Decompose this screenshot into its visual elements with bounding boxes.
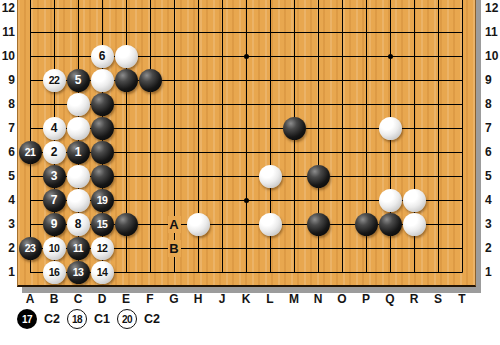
intersection-R6[interactable] bbox=[402, 140, 426, 164]
intersection-L9[interactable] bbox=[258, 68, 282, 92]
row-label-right-5: 5 bbox=[485, 168, 500, 184]
go-board[interactable]: 6225421213719981523101112161314 AB bbox=[17, 0, 476, 287]
intersection-Q5[interactable] bbox=[378, 164, 402, 188]
intersection-D11[interactable] bbox=[90, 20, 114, 44]
row-label-right-2: 2 bbox=[485, 240, 500, 256]
intersection-G5[interactable] bbox=[162, 164, 186, 188]
intersection-G6[interactable] bbox=[162, 140, 186, 164]
row-label-right-8: 8 bbox=[485, 96, 500, 112]
intersection-N7[interactable] bbox=[306, 116, 330, 140]
stone-black-M7[interactable] bbox=[283, 117, 306, 140]
intersection-J5[interactable] bbox=[210, 164, 234, 188]
move-number: 1 bbox=[75, 145, 82, 159]
intersection-R11[interactable] bbox=[402, 20, 426, 44]
intersection-K7[interactable] bbox=[234, 116, 258, 140]
star-point-K4 bbox=[244, 198, 249, 203]
col-label-P: P bbox=[354, 292, 378, 306]
intersection-F8[interactable] bbox=[138, 92, 162, 116]
intersection-B8[interactable] bbox=[42, 92, 66, 116]
stone-black-A6[interactable]: 21 bbox=[19, 141, 42, 164]
stone-white-B7[interactable]: 4 bbox=[43, 117, 66, 140]
intersection-H2[interactable] bbox=[186, 236, 210, 260]
stone-black-B5[interactable]: 3 bbox=[43, 165, 66, 188]
stone-black-B4[interactable]: 7 bbox=[43, 189, 66, 212]
intersection-A12[interactable] bbox=[18, 0, 42, 20]
stone-white-E10[interactable] bbox=[115, 45, 138, 68]
move-number: 6 bbox=[99, 49, 106, 63]
stone-white-D10[interactable]: 6 bbox=[91, 45, 114, 68]
stone-white-C5[interactable] bbox=[67, 165, 90, 188]
intersection-O5[interactable] bbox=[330, 164, 354, 188]
stone-white-D1[interactable]: 14 bbox=[91, 261, 114, 284]
col-label-K: K bbox=[234, 292, 258, 306]
intersection-F5[interactable] bbox=[138, 164, 162, 188]
intersection-O8[interactable] bbox=[330, 92, 354, 116]
intersection-F11[interactable] bbox=[138, 20, 162, 44]
intersection-F12[interactable] bbox=[138, 0, 162, 20]
intersection-M1[interactable] bbox=[282, 260, 306, 284]
row-label-left-7: 7 bbox=[0, 120, 15, 136]
intersection-H9[interactable] bbox=[186, 68, 210, 92]
intersection-L7[interactable] bbox=[258, 116, 282, 140]
stone-white-C7[interactable] bbox=[67, 117, 90, 140]
intersection-M4[interactable] bbox=[282, 188, 306, 212]
intersection-K8[interactable] bbox=[234, 92, 258, 116]
stone-white-D2[interactable]: 12 bbox=[91, 237, 114, 260]
row-label-left-12: 12 bbox=[0, 0, 15, 16]
intersection-M3[interactable] bbox=[282, 212, 306, 236]
intersection-P8[interactable] bbox=[354, 92, 378, 116]
intersection-T6[interactable] bbox=[450, 140, 474, 164]
intersection-G10[interactable] bbox=[162, 44, 186, 68]
intersection-G12[interactable] bbox=[162, 0, 186, 20]
intersection-J7[interactable] bbox=[210, 116, 234, 140]
intersection-C10[interactable] bbox=[66, 44, 90, 68]
intersection-N8[interactable] bbox=[306, 92, 330, 116]
intersection-G11[interactable] bbox=[162, 20, 186, 44]
stone-black-D3[interactable]: 15 bbox=[91, 213, 114, 236]
intersection-E2[interactable] bbox=[114, 236, 138, 260]
col-label-S: S bbox=[426, 292, 450, 306]
move-number: 8 bbox=[75, 217, 82, 231]
intersection-O4[interactable] bbox=[330, 188, 354, 212]
move-number: 7 bbox=[51, 193, 58, 207]
intersection-F10[interactable] bbox=[138, 44, 162, 68]
intersection-R1[interactable] bbox=[402, 260, 426, 284]
caption-coordinate-20: C2 bbox=[144, 312, 160, 326]
intersection-O1[interactable] bbox=[330, 260, 354, 284]
intersection-P1[interactable] bbox=[354, 260, 378, 284]
intersection-P12[interactable] bbox=[354, 0, 378, 20]
intersection-T2[interactable] bbox=[450, 236, 474, 260]
row-label-right-3: 3 bbox=[485, 216, 500, 232]
stone-black-Q3[interactable] bbox=[379, 213, 402, 236]
stone-black-E3[interactable] bbox=[115, 213, 138, 236]
intersection-N9[interactable] bbox=[306, 68, 330, 92]
intersection-O3[interactable] bbox=[330, 212, 354, 236]
intersection-E8[interactable] bbox=[114, 92, 138, 116]
intersection-O6[interactable] bbox=[330, 140, 354, 164]
stone-black-P3[interactable] bbox=[355, 213, 378, 236]
row-label-left-11: 11 bbox=[0, 24, 15, 40]
intersection-M8[interactable] bbox=[282, 92, 306, 116]
row-label-right-11: 11 bbox=[485, 24, 500, 40]
intersection-T4[interactable] bbox=[450, 188, 474, 212]
row-label-right-12: 12 bbox=[485, 0, 500, 16]
intersection-T8[interactable] bbox=[450, 92, 474, 116]
intersection-K9[interactable] bbox=[234, 68, 258, 92]
intersection-O7[interactable] bbox=[330, 116, 354, 140]
row-label-left-9: 9 bbox=[0, 72, 15, 88]
stone-black-N5[interactable] bbox=[307, 165, 330, 188]
stone-white-B6[interactable]: 2 bbox=[43, 141, 66, 164]
caption-stone-20: 20 bbox=[117, 309, 137, 329]
intersection-E6[interactable] bbox=[114, 140, 138, 164]
move-number: 5 bbox=[75, 73, 82, 87]
intersection-R10[interactable] bbox=[402, 44, 426, 68]
col-label-O: O bbox=[330, 292, 354, 306]
intersection-J4[interactable] bbox=[210, 188, 234, 212]
intersection-B11[interactable] bbox=[42, 20, 66, 44]
intersection-H10[interactable] bbox=[186, 44, 210, 68]
intersection-P11[interactable] bbox=[354, 20, 378, 44]
col-label-R: R bbox=[402, 292, 426, 306]
col-label-D: D bbox=[90, 292, 114, 306]
row-label-right-9: 9 bbox=[485, 72, 500, 88]
stone-white-C8[interactable] bbox=[67, 93, 90, 116]
intersection-B10[interactable] bbox=[42, 44, 66, 68]
col-label-A: A bbox=[18, 292, 42, 306]
row-label-right-1: 1 bbox=[485, 264, 500, 280]
intersection-A3[interactable] bbox=[18, 212, 42, 236]
intersection-C11[interactable] bbox=[66, 20, 90, 44]
intersection-L12[interactable] bbox=[258, 0, 282, 20]
move-number: 19 bbox=[97, 194, 108, 206]
move-number: 9 bbox=[51, 217, 58, 231]
move-number: 13 bbox=[73, 266, 84, 278]
intersection-F6[interactable] bbox=[138, 140, 162, 164]
intersection-E5[interactable] bbox=[114, 164, 138, 188]
intersection-F2[interactable] bbox=[138, 236, 162, 260]
stone-black-D7[interactable] bbox=[91, 117, 114, 140]
move-number: 11 bbox=[73, 242, 83, 254]
intersection-O12[interactable] bbox=[330, 0, 354, 20]
intersection-L11[interactable] bbox=[258, 20, 282, 44]
intersection-M2[interactable] bbox=[282, 236, 306, 260]
intersection-N6[interactable] bbox=[306, 140, 330, 164]
caption-stone-17: 17 bbox=[17, 309, 37, 329]
intersection-J10[interactable] bbox=[210, 44, 234, 68]
stone-black-D6[interactable] bbox=[91, 141, 114, 164]
intersection-A10[interactable] bbox=[18, 44, 42, 68]
intersection-P7[interactable] bbox=[354, 116, 378, 140]
intersection-T5[interactable] bbox=[450, 164, 474, 188]
intersection-K3[interactable] bbox=[234, 212, 258, 236]
col-label-N: N bbox=[306, 292, 330, 306]
row-label-right-10: 10 bbox=[485, 48, 500, 64]
row-label-left-1: 1 bbox=[0, 264, 15, 280]
intersection-E7[interactable] bbox=[114, 116, 138, 140]
intersection-O11[interactable] bbox=[330, 20, 354, 44]
move-number: 15 bbox=[97, 218, 108, 230]
intersection-H7[interactable] bbox=[186, 116, 210, 140]
intersection-A5[interactable] bbox=[18, 164, 42, 188]
intersection-E12[interactable] bbox=[114, 0, 138, 20]
intersection-R5[interactable] bbox=[402, 164, 426, 188]
intersection-G4[interactable] bbox=[162, 188, 186, 212]
intersection-G7[interactable] bbox=[162, 116, 186, 140]
stone-white-R3[interactable] bbox=[403, 213, 426, 236]
intersection-Q6[interactable] bbox=[378, 140, 402, 164]
intersection-R12[interactable] bbox=[402, 0, 426, 20]
move-number: 10 bbox=[49, 242, 60, 254]
stone-black-E9[interactable] bbox=[115, 69, 138, 92]
stone-black-C9[interactable]: 5 bbox=[67, 69, 90, 92]
row-label-left-6: 6 bbox=[0, 144, 15, 160]
intersection-F7[interactable] bbox=[138, 116, 162, 140]
intersection-M10[interactable] bbox=[282, 44, 306, 68]
intersection-N10[interactable] bbox=[306, 44, 330, 68]
row-label-left-5: 5 bbox=[0, 168, 15, 184]
intersection-S6[interactable] bbox=[426, 140, 450, 164]
intersection-K6[interactable] bbox=[234, 140, 258, 164]
move-number: 21 bbox=[25, 146, 36, 158]
intersection-N12[interactable] bbox=[306, 0, 330, 20]
intersection-J1[interactable] bbox=[210, 260, 234, 284]
col-label-B: B bbox=[42, 292, 66, 306]
intersection-A8[interactable] bbox=[18, 92, 42, 116]
intersection-M9[interactable] bbox=[282, 68, 306, 92]
intersection-H11[interactable] bbox=[186, 20, 210, 44]
row-label-right-6: 6 bbox=[485, 144, 500, 160]
intersection-H6[interactable] bbox=[186, 140, 210, 164]
intersection-E1[interactable] bbox=[114, 260, 138, 284]
move-number: 22 bbox=[49, 74, 60, 86]
stone-black-B3[interactable]: 9 bbox=[43, 213, 66, 236]
stone-white-B2[interactable]: 10 bbox=[43, 237, 66, 260]
stone-black-D4[interactable]: 19 bbox=[91, 189, 114, 212]
stone-black-D5[interactable] bbox=[91, 165, 114, 188]
stone-white-L3[interactable] bbox=[259, 213, 282, 236]
intersection-L4[interactable] bbox=[258, 188, 282, 212]
intersection-S2[interactable] bbox=[426, 236, 450, 260]
intersection-F1[interactable] bbox=[138, 260, 162, 284]
intersection-H1[interactable] bbox=[186, 260, 210, 284]
intersection-Q1[interactable] bbox=[378, 260, 402, 284]
stone-white-C3[interactable]: 8 bbox=[67, 213, 90, 236]
stone-white-D9[interactable] bbox=[91, 69, 114, 92]
intersection-G8[interactable] bbox=[162, 92, 186, 116]
col-label-C: C bbox=[66, 292, 90, 306]
stone-black-N3[interactable] bbox=[307, 213, 330, 236]
intersection-J3[interactable] bbox=[210, 212, 234, 236]
stone-white-H3[interactable] bbox=[187, 213, 210, 236]
intersection-B12[interactable] bbox=[42, 0, 66, 20]
intersection-P9[interactable] bbox=[354, 68, 378, 92]
intersection-P6[interactable] bbox=[354, 140, 378, 164]
point-label-A-G3[interactable]: A bbox=[168, 216, 181, 233]
intersection-J6[interactable] bbox=[210, 140, 234, 164]
col-label-M: M bbox=[282, 292, 306, 306]
intersection-P2[interactable] bbox=[354, 236, 378, 260]
move-number: 14 bbox=[97, 266, 108, 278]
move-caption: 17C218C120C2 bbox=[17, 308, 160, 330]
stone-black-C1[interactable]: 13 bbox=[67, 261, 90, 284]
intersection-S1[interactable] bbox=[426, 260, 450, 284]
intersection-M11[interactable] bbox=[282, 20, 306, 44]
intersection-A11[interactable] bbox=[18, 20, 42, 44]
intersection-Q9[interactable] bbox=[378, 68, 402, 92]
intersection-L2[interactable] bbox=[258, 236, 282, 260]
intersection-D12[interactable] bbox=[90, 0, 114, 20]
intersection-C12[interactable] bbox=[66, 0, 90, 20]
stone-white-R4[interactable] bbox=[403, 189, 426, 212]
intersection-M12[interactable] bbox=[282, 0, 306, 20]
intersection-F3[interactable] bbox=[138, 212, 162, 236]
col-label-F: F bbox=[138, 292, 162, 306]
intersection-S9[interactable] bbox=[426, 68, 450, 92]
stone-black-F9[interactable] bbox=[139, 69, 162, 92]
stone-black-D8[interactable] bbox=[91, 93, 114, 116]
intersection-P10[interactable] bbox=[354, 44, 378, 68]
row-label-right-4: 4 bbox=[485, 192, 500, 208]
stone-black-C2[interactable]: 11 bbox=[67, 237, 90, 260]
stone-white-L5[interactable] bbox=[259, 165, 282, 188]
intersection-K1[interactable] bbox=[234, 260, 258, 284]
intersection-N1[interactable] bbox=[306, 260, 330, 284]
intersection-L10[interactable] bbox=[258, 44, 282, 68]
intersection-L8[interactable] bbox=[258, 92, 282, 116]
row-label-left-8: 8 bbox=[0, 96, 15, 112]
intersection-E4[interactable] bbox=[114, 188, 138, 212]
col-label-G: G bbox=[162, 292, 186, 306]
stone-white-Q7[interactable] bbox=[379, 117, 402, 140]
intersection-N2[interactable] bbox=[306, 236, 330, 260]
stone-black-A2[interactable]: 23 bbox=[19, 237, 42, 260]
intersection-N4[interactable] bbox=[306, 188, 330, 212]
intersection-L6[interactable] bbox=[258, 140, 282, 164]
intersection-S4[interactable] bbox=[426, 188, 450, 212]
stone-white-B1[interactable]: 16 bbox=[43, 261, 66, 284]
caption-coordinate-17: C2 bbox=[44, 312, 60, 326]
col-label-J: J bbox=[210, 292, 234, 306]
intersection-A9[interactable] bbox=[18, 68, 42, 92]
col-label-Q: Q bbox=[378, 292, 402, 306]
intersection-P4[interactable] bbox=[354, 188, 378, 212]
intersection-T11[interactable] bbox=[450, 20, 474, 44]
intersection-M5[interactable] bbox=[282, 164, 306, 188]
intersection-H12[interactable] bbox=[186, 0, 210, 20]
intersection-T3[interactable] bbox=[450, 212, 474, 236]
point-label-B-G2[interactable]: B bbox=[168, 240, 181, 257]
intersection-N11[interactable] bbox=[306, 20, 330, 44]
stone-white-C4[interactable] bbox=[67, 189, 90, 212]
intersection-S7[interactable] bbox=[426, 116, 450, 140]
intersection-S5[interactable] bbox=[426, 164, 450, 188]
intersection-R2[interactable] bbox=[402, 236, 426, 260]
row-label-left-4: 4 bbox=[0, 192, 15, 208]
intersection-S8[interactable] bbox=[426, 92, 450, 116]
intersection-R8[interactable] bbox=[402, 92, 426, 116]
row-label-left-3: 3 bbox=[0, 216, 15, 232]
intersection-Q11[interactable] bbox=[378, 20, 402, 44]
intersection-H5[interactable] bbox=[186, 164, 210, 188]
intersection-K5[interactable] bbox=[234, 164, 258, 188]
move-number: 4 bbox=[51, 121, 58, 135]
intersection-M6[interactable] bbox=[282, 140, 306, 164]
intersection-H4[interactable] bbox=[186, 188, 210, 212]
intersection-G9[interactable] bbox=[162, 68, 186, 92]
intersection-Q2[interactable] bbox=[378, 236, 402, 260]
row-label-left-2: 2 bbox=[0, 240, 15, 256]
caption-coordinate-18: C1 bbox=[94, 312, 110, 326]
intersection-A4[interactable] bbox=[18, 188, 42, 212]
stone-black-C6[interactable]: 1 bbox=[67, 141, 90, 164]
row-label-left-10: 10 bbox=[0, 48, 15, 64]
intersection-F4[interactable] bbox=[138, 188, 162, 212]
intersection-J2[interactable] bbox=[210, 236, 234, 260]
caption-stone-18: 18 bbox=[67, 309, 87, 329]
intersection-P5[interactable] bbox=[354, 164, 378, 188]
intersection-T1[interactable] bbox=[450, 260, 474, 284]
intersection-O2[interactable] bbox=[330, 236, 354, 260]
intersection-T7[interactable] bbox=[450, 116, 474, 140]
col-label-L: L bbox=[258, 292, 282, 306]
stone-white-B9[interactable]: 22 bbox=[43, 69, 66, 92]
move-number: 12 bbox=[97, 242, 108, 254]
intersection-E11[interactable] bbox=[114, 20, 138, 44]
move-number: 2 bbox=[51, 145, 58, 159]
intersection-L1[interactable] bbox=[258, 260, 282, 284]
star-point-K10 bbox=[244, 54, 249, 59]
intersection-G1[interactable] bbox=[162, 260, 186, 284]
intersection-J12[interactable] bbox=[210, 0, 234, 20]
intersection-T9[interactable] bbox=[450, 68, 474, 92]
intersection-H8[interactable] bbox=[186, 92, 210, 116]
intersection-A7[interactable] bbox=[18, 116, 42, 140]
intersection-K11[interactable] bbox=[234, 20, 258, 44]
move-number: 23 bbox=[25, 242, 36, 254]
stone-white-Q4[interactable] bbox=[379, 189, 402, 212]
intersection-K2[interactable] bbox=[234, 236, 258, 260]
intersection-T12[interactable] bbox=[450, 0, 474, 20]
intersection-S3[interactable] bbox=[426, 212, 450, 236]
intersection-R9[interactable] bbox=[402, 68, 426, 92]
intersection-S10[interactable] bbox=[426, 44, 450, 68]
intersection-K12[interactable] bbox=[234, 0, 258, 20]
col-label-H: H bbox=[186, 292, 210, 306]
row-label-right-7: 7 bbox=[485, 120, 500, 136]
intersection-R7[interactable] bbox=[402, 116, 426, 140]
intersection-A1[interactable] bbox=[18, 260, 42, 284]
intersection-J8[interactable] bbox=[210, 92, 234, 116]
intersection-Q8[interactable] bbox=[378, 92, 402, 116]
intersection-T10[interactable] bbox=[450, 44, 474, 68]
col-label-E: E bbox=[114, 292, 138, 306]
intersection-J11[interactable] bbox=[210, 20, 234, 44]
move-number: 16 bbox=[49, 266, 60, 278]
intersection-Q12[interactable] bbox=[378, 0, 402, 20]
intersection-O9[interactable] bbox=[330, 68, 354, 92]
intersection-J9[interactable] bbox=[210, 68, 234, 92]
col-label-T: T bbox=[450, 292, 474, 306]
intersection-O10[interactable] bbox=[330, 44, 354, 68]
go-diagram: 6225421213719981523101112161314 AB 12111… bbox=[0, 0, 500, 345]
move-number: 3 bbox=[51, 169, 58, 183]
star-point-Q10 bbox=[388, 54, 393, 59]
intersection-S11[interactable] bbox=[426, 20, 450, 44]
intersection-S12[interactable] bbox=[426, 0, 450, 20]
